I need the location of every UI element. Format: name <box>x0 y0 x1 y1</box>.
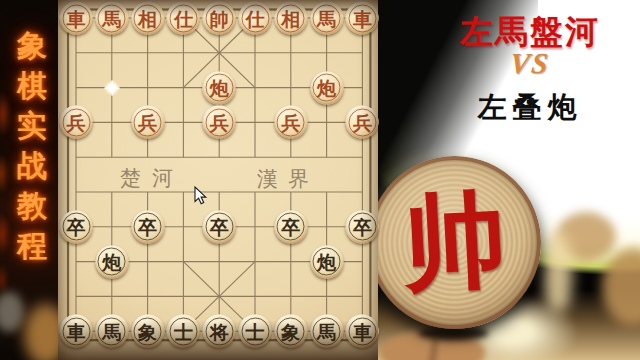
blurred-background-glow <box>24 304 58 360</box>
piece-red-相[interactable]: 相 <box>131 2 164 35</box>
piece-char: 車 <box>67 9 86 28</box>
piece-red-帥[interactable]: 帥 <box>203 2 236 35</box>
piece-char: 車 <box>353 322 372 341</box>
piece-red-兵[interactable]: 兵 <box>131 106 164 139</box>
move-origin-marker <box>104 80 120 96</box>
piece-char: 卒 <box>67 218 86 237</box>
piece-char: 兵 <box>353 113 372 132</box>
piece-char: 将 <box>210 322 229 341</box>
piece-red-仕[interactable]: 仕 <box>167 2 200 35</box>
banner-title-char: 战 <box>8 146 56 186</box>
piece-black-卒[interactable]: 卒 <box>60 210 93 243</box>
piece-char: 象 <box>138 322 157 341</box>
piece-char: 相 <box>138 9 157 28</box>
piece-black-象[interactable]: 象 <box>274 315 307 348</box>
vs-label: VS <box>418 47 640 80</box>
piece-char: 兵 <box>67 113 86 132</box>
piece-char: 士 <box>174 322 193 341</box>
piece-char: 帥 <box>210 9 229 28</box>
piece-red-兵[interactable]: 兵 <box>346 106 379 139</box>
piece-char: 相 <box>281 9 300 28</box>
piece-char: 馬 <box>102 9 121 28</box>
piece-black-車[interactable]: 車 <box>60 315 93 348</box>
banner-title-char: 程 <box>8 226 56 266</box>
piece-black-士[interactable]: 士 <box>167 315 200 348</box>
piece-char: 卒 <box>138 218 157 237</box>
piece-char: 炮 <box>210 79 229 98</box>
banner-title-char: 象 <box>8 26 56 66</box>
piece-black-士[interactable]: 士 <box>239 315 272 348</box>
piece-char: 卒 <box>210 218 229 237</box>
piece-red-馬[interactable]: 馬 <box>310 2 343 35</box>
piece-red-相[interactable]: 相 <box>274 2 307 35</box>
piece-red-兵[interactable]: 兵 <box>60 106 93 139</box>
piece-char: 馬 <box>102 322 121 341</box>
banner-title: 象棋实战教程 <box>8 26 56 266</box>
piece-char: 卒 <box>353 218 372 237</box>
piece-char: 士 <box>246 322 265 341</box>
piece-black-馬[interactable]: 馬 <box>95 315 128 348</box>
river-text-left: 楚河 <box>120 166 184 190</box>
piece-black-卒[interactable]: 卒 <box>346 210 379 243</box>
piece-black-車[interactable]: 車 <box>346 315 379 348</box>
banner-title-char: 棋 <box>8 66 56 106</box>
banner-title-char: 实 <box>8 106 56 146</box>
piece-char: 卒 <box>281 218 300 237</box>
xiangqi-board[interactable]: 楚河 漢界 車馬相仕帥仕相馬車炮炮兵兵兵兵兵卒卒卒卒卒炮炮車馬象士将士象馬車 <box>58 0 378 360</box>
left-banner: 象棋实战教程 <box>0 0 58 360</box>
piece-char: 兵 <box>281 113 300 132</box>
piece-red-仕[interactable]: 仕 <box>239 2 272 35</box>
piece-black-卒[interactable]: 卒 <box>203 210 236 243</box>
piece-char: 象 <box>281 322 300 341</box>
piece-char: 馬 <box>317 9 336 28</box>
black-opening-title: 左叠炮 <box>420 88 640 128</box>
piece-red-兵[interactable]: 兵 <box>274 106 307 139</box>
piece-char: 仕 <box>246 9 265 28</box>
featured-piece-char: 帅 <box>399 170 510 315</box>
board-grid: 楚河 漢界 <box>58 0 378 360</box>
light-streak <box>544 232 572 312</box>
mouse-cursor <box>194 186 208 206</box>
piece-red-馬[interactable]: 馬 <box>95 2 128 35</box>
piece-char: 車 <box>67 322 86 341</box>
piece-char: 馬 <box>317 322 336 341</box>
piece-black-卒[interactable]: 卒 <box>274 210 307 243</box>
piece-red-車[interactable]: 車 <box>346 2 379 35</box>
river-text-right: 漢界 <box>257 167 319 191</box>
piece-red-炮[interactable]: 炮 <box>203 71 236 104</box>
piece-red-炮[interactable]: 炮 <box>310 71 343 104</box>
piece-black-炮[interactable]: 炮 <box>310 245 343 278</box>
piece-black-炮[interactable]: 炮 <box>95 245 128 278</box>
piece-black-象[interactable]: 象 <box>131 315 164 348</box>
piece-char: 炮 <box>317 79 336 98</box>
piece-char: 仕 <box>174 9 193 28</box>
piece-char: 兵 <box>138 113 157 132</box>
piece-black-将[interactable]: 将 <box>203 315 236 348</box>
banner-title-char: 教 <box>8 186 56 226</box>
piece-red-車[interactable]: 車 <box>60 2 93 35</box>
info-panel: 帅 左馬盤河 VS 左叠炮 <box>378 0 640 360</box>
video-frame: 象棋实战教程 楚河 漢界 車馬相仕帥仕相馬車炮炮兵兵兵兵兵卒卒卒卒卒炮炮車馬象士… <box>0 0 640 360</box>
piece-char: 炮 <box>317 253 336 272</box>
piece-black-馬[interactable]: 馬 <box>310 315 343 348</box>
piece-black-卒[interactable]: 卒 <box>131 210 164 243</box>
piece-char: 炮 <box>102 253 121 272</box>
piece-red-兵[interactable]: 兵 <box>203 106 236 139</box>
piece-char: 兵 <box>210 113 229 132</box>
blurred-background-piece <box>0 292 24 332</box>
piece-char: 車 <box>353 9 372 28</box>
